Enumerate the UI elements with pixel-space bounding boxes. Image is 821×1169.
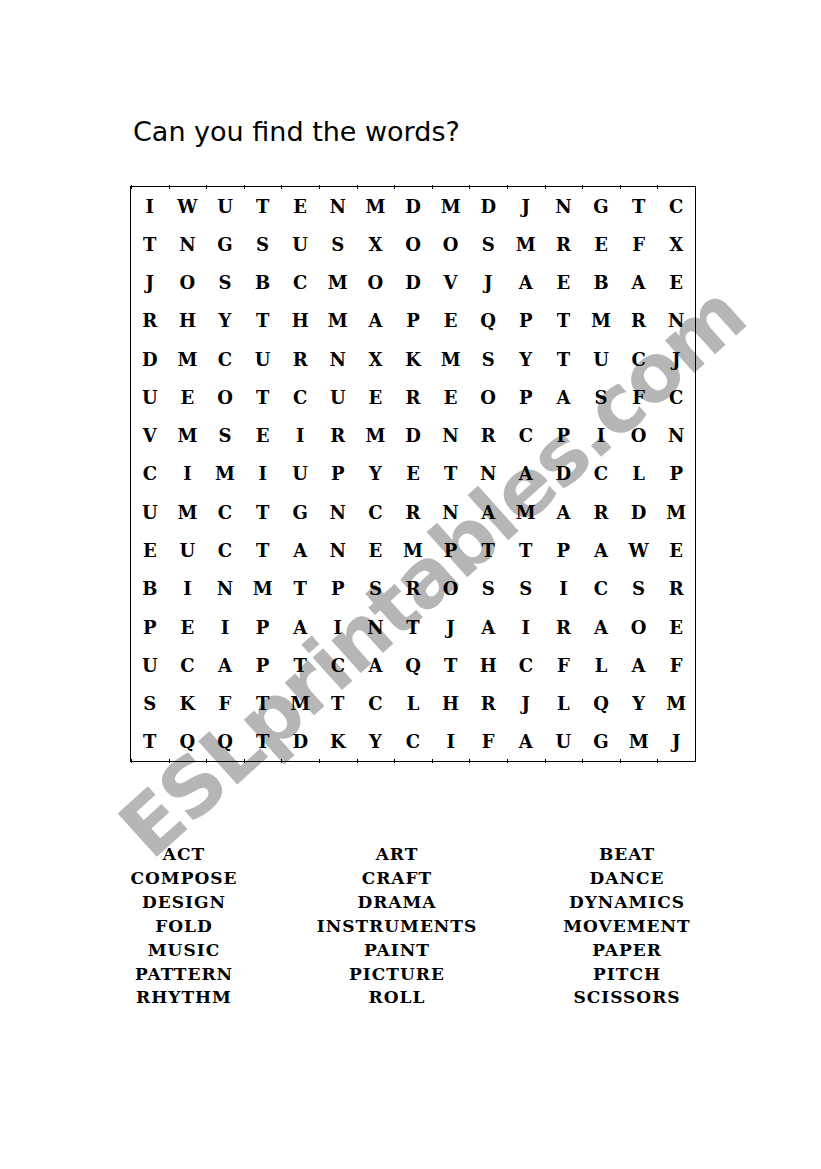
grid-cell-r4c9: E xyxy=(432,302,470,340)
grid-cell-r15c15: J xyxy=(657,723,695,761)
grid-cell-r10c1: E xyxy=(131,531,169,569)
grid-cell-r1c2: W xyxy=(169,187,207,225)
grid-cell-r14c6: T xyxy=(319,684,357,722)
grid-cell-r11c1: B xyxy=(131,570,169,608)
grid-cell-r11c15: R xyxy=(657,570,695,608)
word-fold: FOLD xyxy=(84,915,284,939)
grid-cell-r3c14: A xyxy=(620,264,658,302)
grid-cell-r9c4: T xyxy=(244,493,282,531)
grid-cell-r12c15: E xyxy=(657,608,695,646)
grid-cell-r3c12: E xyxy=(545,264,583,302)
grid-cell-r15c10: F xyxy=(469,723,507,761)
grid-cell-r4c13: M xyxy=(582,302,620,340)
grid-cell-r3c5: C xyxy=(281,264,319,302)
grid-cell-r14c12: L xyxy=(545,684,583,722)
grid-cell-r7c10: R xyxy=(469,417,507,455)
grid-cell-r5c7: X xyxy=(357,340,395,378)
word-beat: BEAT xyxy=(527,843,727,867)
grid-cell-r1c11: J xyxy=(507,187,545,225)
grid-cell-r1c6: N xyxy=(319,187,357,225)
worksheet-page: ESLprintables.com Can you find the words… xyxy=(0,0,821,1169)
grid-cell-r2c14: F xyxy=(620,225,658,263)
word-rhythm: RHYTHM xyxy=(84,986,284,1010)
grid-cell-r4c14: R xyxy=(620,302,658,340)
grid-cell-r12c2: E xyxy=(169,608,207,646)
grid-cell-r15c9: I xyxy=(432,723,470,761)
grid-cell-r14c5: M xyxy=(281,684,319,722)
grid-cell-r15c7: Y xyxy=(357,723,395,761)
word-list-column-1: ACTCOMPOSEDESIGNFOLDMUSICPATTERNRHYTHM xyxy=(84,843,284,1010)
grid-cell-r12c10: A xyxy=(469,608,507,646)
grid-cell-r4c3: Y xyxy=(206,302,244,340)
grid-cell-r2c3: G xyxy=(206,225,244,263)
grid-cell-r8c4: I xyxy=(244,455,282,493)
grid-cell-r13c9: T xyxy=(432,646,470,684)
grid-cell-r15c2: Q xyxy=(169,723,207,761)
grid-cell-r3c15: E xyxy=(657,264,695,302)
grid-cell-r6c10: O xyxy=(469,378,507,416)
grid-cell-r5c14: C xyxy=(620,340,658,378)
grid-cell-r7c8: D xyxy=(394,417,432,455)
grid-cell-r14c8: L xyxy=(394,684,432,722)
grid-cell-r15c11: A xyxy=(507,723,545,761)
grid-cell-r3c7: O xyxy=(357,264,395,302)
grid-cell-r8c15: P xyxy=(657,455,695,493)
grid-cell-r13c6: C xyxy=(319,646,357,684)
grid-cell-r9c8: R xyxy=(394,493,432,531)
grid-cell-r6c3: O xyxy=(206,378,244,416)
grid-cell-r2c15: X xyxy=(657,225,695,263)
grid-cell-r3c1: J xyxy=(131,264,169,302)
grid-cell-r8c8: E xyxy=(394,455,432,493)
grid-cell-r7c2: M xyxy=(169,417,207,455)
grid-cell-r4c2: H xyxy=(169,302,207,340)
grid-cell-r2c11: M xyxy=(507,225,545,263)
grid-cell-r8c11: A xyxy=(507,455,545,493)
grid-cell-r13c10: H xyxy=(469,646,507,684)
grid-cell-r4c8: P xyxy=(394,302,432,340)
grid-cell-r11c7: S xyxy=(357,570,395,608)
grid-cell-r14c9: H xyxy=(432,684,470,722)
grid-cell-r10c2: U xyxy=(169,531,207,569)
grid-cell-r3c8: D xyxy=(394,264,432,302)
grid-cell-r12c9: J xyxy=(432,608,470,646)
grid-cell-r12c3: I xyxy=(206,608,244,646)
grid-cell-r12c6: I xyxy=(319,608,357,646)
grid-cell-r14c4: T xyxy=(244,684,282,722)
grid-cell-r15c1: T xyxy=(131,723,169,761)
grid-cell-r4c6: M xyxy=(319,302,357,340)
word-design: DESIGN xyxy=(84,891,284,915)
grid-cell-r9c9: N xyxy=(432,493,470,531)
word-dynamics: DYNAMICS xyxy=(527,891,727,915)
grid-cell-r13c2: C xyxy=(169,646,207,684)
grid-cell-r10c6: N xyxy=(319,531,357,569)
grid-cell-r13c5: T xyxy=(281,646,319,684)
grid-cell-r2c7: X xyxy=(357,225,395,263)
grid-cell-r3c3: S xyxy=(206,264,244,302)
grid-cell-r15c12: U xyxy=(545,723,583,761)
grid-cell-r3c13: B xyxy=(582,264,620,302)
grid-cell-r1c8: D xyxy=(394,187,432,225)
grid-cell-r10c8: M xyxy=(394,531,432,569)
grid-cell-r13c11: C xyxy=(507,646,545,684)
grid-cell-r11c11: S xyxy=(507,570,545,608)
grid-cell-r15c5: D xyxy=(281,723,319,761)
grid-cell-r7c7: M xyxy=(357,417,395,455)
grid-cell-r6c11: P xyxy=(507,378,545,416)
grid-cell-r8c12: D xyxy=(545,455,583,493)
grid-cell-r7c6: R xyxy=(319,417,357,455)
grid-cell-r2c13: E xyxy=(582,225,620,263)
grid-cell-r1c3: U xyxy=(206,187,244,225)
grid-cell-r1c9: M xyxy=(432,187,470,225)
grid-cell-r2c10: S xyxy=(469,225,507,263)
grid-cell-r5c11: Y xyxy=(507,340,545,378)
word-art: ART xyxy=(297,843,497,867)
grid-cell-r13c14: A xyxy=(620,646,658,684)
grid-cell-r8c1: C xyxy=(131,455,169,493)
grid-cell-r3c10: J xyxy=(469,264,507,302)
grid-cell-r8c10: N xyxy=(469,455,507,493)
grid-cell-r12c5: A xyxy=(281,608,319,646)
grid-cell-r10c14: W xyxy=(620,531,658,569)
grid-cell-r8c13: C xyxy=(582,455,620,493)
grid-cell-r11c10: S xyxy=(469,570,507,608)
grid-cell-r10c15: E xyxy=(657,531,695,569)
grid-cell-r5c15: J xyxy=(657,340,695,378)
grid-cell-r8c9: T xyxy=(432,455,470,493)
grid-cell-r13c8: Q xyxy=(394,646,432,684)
grid-cell-r8c3: M xyxy=(206,455,244,493)
word-list-column-2: ARTCRAFTDRAMAINSTRUMENTSPAINTPICTUREROLL xyxy=(297,843,497,1010)
grid-cell-r4c15: N xyxy=(657,302,695,340)
grid-cell-r14c13: Q xyxy=(582,684,620,722)
grid-bottom-ticks xyxy=(131,759,695,763)
grid-cell-r2c2: N xyxy=(169,225,207,263)
grid-cell-r7c9: N xyxy=(432,417,470,455)
grid-cell-r13c15: F xyxy=(657,646,695,684)
grid-cell-r14c11: J xyxy=(507,684,545,722)
grid-top-ticks xyxy=(131,185,695,189)
grid-cell-r9c13: R xyxy=(582,493,620,531)
grid-cell-r3c4: B xyxy=(244,264,282,302)
grid-cell-r1c1: I xyxy=(131,187,169,225)
grid-cell-r2c12: R xyxy=(545,225,583,263)
grid-cell-r13c12: F xyxy=(545,646,583,684)
word-pattern: PATTERN xyxy=(84,963,284,987)
grid-cell-r11c8: R xyxy=(394,570,432,608)
grid-cell-r4c1: R xyxy=(131,302,169,340)
grid-cell-r15c8: C xyxy=(394,723,432,761)
grid-cell-r5c3: C xyxy=(206,340,244,378)
grid-cell-r14c7: C xyxy=(357,684,395,722)
grid-cell-r14c15: M xyxy=(657,684,695,722)
grid-cell-r9c3: C xyxy=(206,493,244,531)
grid-cell-r14c1: S xyxy=(131,684,169,722)
grid-cell-r5c9: M xyxy=(432,340,470,378)
grid-cell-r7c3: S xyxy=(206,417,244,455)
grid-cell-r7c11: C xyxy=(507,417,545,455)
grid-cell-r2c6: S xyxy=(319,225,357,263)
grid-cell-r7c14: O xyxy=(620,417,658,455)
grid-cell-r2c4: S xyxy=(244,225,282,263)
grid-cell-r5c8: K xyxy=(394,340,432,378)
grid-cell-r4c4: T xyxy=(244,302,282,340)
grid-cell-r9c10: A xyxy=(469,493,507,531)
grid-cell-r13c7: A xyxy=(357,646,395,684)
grid-cell-r15c6: K xyxy=(319,723,357,761)
grid-cell-r9c12: A xyxy=(545,493,583,531)
grid-cell-r6c1: U xyxy=(131,378,169,416)
grid-cell-r6c4: T xyxy=(244,378,282,416)
grid-cell-r6c15: C xyxy=(657,378,695,416)
grid-cell-r10c4: T xyxy=(244,531,282,569)
grid-cell-r11c5: T xyxy=(281,570,319,608)
grid-cell-r12c7: N xyxy=(357,608,395,646)
grid-cell-r10c10: T xyxy=(469,531,507,569)
grid-cell-r10c3: C xyxy=(206,531,244,569)
word-drama: DRAMA xyxy=(297,891,497,915)
grid-cell-r6c12: A xyxy=(545,378,583,416)
grid-cell-r6c7: E xyxy=(357,378,395,416)
word-roll: ROLL xyxy=(297,986,497,1010)
grid-cell-r2c5: U xyxy=(281,225,319,263)
grid-cell-r4c10: Q xyxy=(469,302,507,340)
grid-cell-r14c2: K xyxy=(169,684,207,722)
grid-cell-r11c9: O xyxy=(432,570,470,608)
grid-cell-r3c2: O xyxy=(169,264,207,302)
grid-cell-r14c14: Y xyxy=(620,684,658,722)
grid-cell-r8c6: P xyxy=(319,455,357,493)
grid-cell-r11c4: M xyxy=(244,570,282,608)
word-dance: DANCE xyxy=(527,867,727,891)
word-music: MUSIC xyxy=(84,939,284,963)
grid-cell-r1c7: M xyxy=(357,187,395,225)
grid-cell-r5c2: M xyxy=(169,340,207,378)
word-instruments: INSTRUMENTS xyxy=(297,915,497,939)
grid-cell-r3c11: A xyxy=(507,264,545,302)
grid-cell-r7c5: I xyxy=(281,417,319,455)
grid-cell-r4c7: A xyxy=(357,302,395,340)
grid-cell-r7c15: N xyxy=(657,417,695,455)
grid-cell-r11c6: P xyxy=(319,570,357,608)
word-picture: PICTURE xyxy=(297,963,497,987)
grid-cell-r9c7: C xyxy=(357,493,395,531)
grid-cell-r7c12: P xyxy=(545,417,583,455)
grid-cell-r5c5: R xyxy=(281,340,319,378)
word-compose: COMPOSE xyxy=(84,867,284,891)
grid-cell-r10c5: A xyxy=(281,531,319,569)
grid-cell-r1c13: G xyxy=(582,187,620,225)
grid-cell-r15c13: G xyxy=(582,723,620,761)
grid-cell-r9c15: M xyxy=(657,493,695,531)
grid-cell-r4c11: P xyxy=(507,302,545,340)
grid-cell-r13c1: U xyxy=(131,646,169,684)
grid-cell-r12c8: T xyxy=(394,608,432,646)
grid-cell-r1c15: C xyxy=(657,187,695,225)
grid-cell-r9c2: M xyxy=(169,493,207,531)
grid-cell-r10c11: T xyxy=(507,531,545,569)
letter-grid: IWUTENMDMDJNGTCTNGSUSXOOSMREFXJOSBCMODVJ… xyxy=(131,187,695,761)
grid-cell-r14c3: F xyxy=(206,684,244,722)
grid-cell-r1c12: N xyxy=(545,187,583,225)
grid-cell-r11c13: C xyxy=(582,570,620,608)
word-list-column-3: BEATDANCEDYNAMICSMOVEMENTPAPERPITCHSCISS… xyxy=(527,843,727,1010)
grid-cell-r8c14: L xyxy=(620,455,658,493)
word-paint: PAINT xyxy=(297,939,497,963)
grid-cell-r1c4: T xyxy=(244,187,282,225)
word-pitch: PITCH xyxy=(527,963,727,987)
grid-cell-r9c14: D xyxy=(620,493,658,531)
grid-cell-r11c3: N xyxy=(206,570,244,608)
grid-cell-r2c8: O xyxy=(394,225,432,263)
grid-cell-r12c11: I xyxy=(507,608,545,646)
grid-cell-r6c5: C xyxy=(281,378,319,416)
grid-cell-r11c14: S xyxy=(620,570,658,608)
grid-cell-r6c9: E xyxy=(432,378,470,416)
grid-cell-r2c1: T xyxy=(131,225,169,263)
grid-cell-r6c2: E xyxy=(169,378,207,416)
grid-cell-r9c11: M xyxy=(507,493,545,531)
grid-cell-r5c13: U xyxy=(582,340,620,378)
grid-cell-r10c12: P xyxy=(545,531,583,569)
grid-cell-r7c1: V xyxy=(131,417,169,455)
grid-cell-r8c2: I xyxy=(169,455,207,493)
grid-cell-r7c4: E xyxy=(244,417,282,455)
grid-cell-r13c4: P xyxy=(244,646,282,684)
word-craft: CRAFT xyxy=(297,867,497,891)
grid-cell-r15c4: T xyxy=(244,723,282,761)
grid-cell-r13c13: L xyxy=(582,646,620,684)
grid-cell-r5c1: D xyxy=(131,340,169,378)
grid-cell-r10c13: A xyxy=(582,531,620,569)
grid-cell-r2c9: O xyxy=(432,225,470,263)
grid-cell-r8c7: Y xyxy=(357,455,395,493)
grid-cell-r6c14: F xyxy=(620,378,658,416)
grid-cell-r15c14: M xyxy=(620,723,658,761)
grid-cell-r9c1: U xyxy=(131,493,169,531)
grid-cell-r7c13: I xyxy=(582,417,620,455)
grid-cell-r12c1: P xyxy=(131,608,169,646)
grid-cell-r1c14: T xyxy=(620,187,658,225)
grid-cell-r12c4: P xyxy=(244,608,282,646)
grid-cell-r5c10: S xyxy=(469,340,507,378)
grid-cell-r12c14: O xyxy=(620,608,658,646)
grid-cell-r9c6: N xyxy=(319,493,357,531)
grid-cell-r6c6: U xyxy=(319,378,357,416)
grid-cell-r11c12: I xyxy=(545,570,583,608)
grid-cell-r10c9: P xyxy=(432,531,470,569)
grid-cell-r15c3: Q xyxy=(206,723,244,761)
grid-cell-r4c12: T xyxy=(545,302,583,340)
word-act: ACT xyxy=(84,843,284,867)
grid-cell-r12c13: A xyxy=(582,608,620,646)
grid-cell-r4c5: H xyxy=(281,302,319,340)
grid-cell-r1c5: E xyxy=(281,187,319,225)
word-search-grid: IWUTENMDMDJNGTCTNGSUSXOOSMREFXJOSBCMODVJ… xyxy=(130,186,696,762)
grid-cell-r3c6: M xyxy=(319,264,357,302)
grid-cell-r5c12: T xyxy=(545,340,583,378)
grid-cell-r5c4: U xyxy=(244,340,282,378)
grid-cell-r10c7: E xyxy=(357,531,395,569)
page-title: Can you find the words? xyxy=(133,116,460,147)
word-scissors: SCISSORS xyxy=(527,986,727,1010)
grid-cell-r9c5: G xyxy=(281,493,319,531)
grid-cell-r5c6: N xyxy=(319,340,357,378)
grid-cell-r11c2: I xyxy=(169,570,207,608)
word-movement: MOVEMENT xyxy=(527,915,727,939)
grid-cell-r1c10: D xyxy=(469,187,507,225)
grid-cell-r14c10: R xyxy=(469,684,507,722)
grid-cell-r8c5: U xyxy=(281,455,319,493)
grid-cell-r6c13: S xyxy=(582,378,620,416)
grid-cell-r3c9: V xyxy=(432,264,470,302)
word-paper: PAPER xyxy=(527,939,727,963)
grid-cell-r12c12: R xyxy=(545,608,583,646)
grid-cell-r13c3: A xyxy=(206,646,244,684)
grid-cell-r6c8: R xyxy=(394,378,432,416)
